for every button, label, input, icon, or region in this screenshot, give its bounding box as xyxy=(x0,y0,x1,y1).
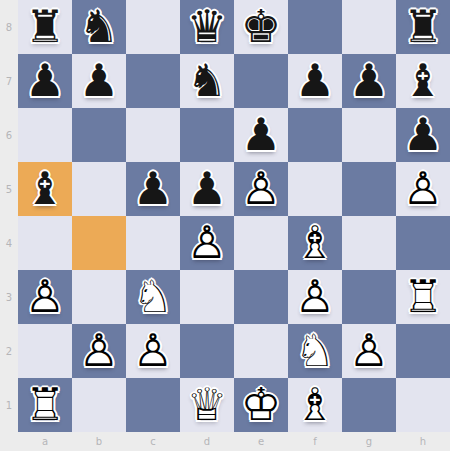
square-b4[interactable] xyxy=(72,216,126,270)
square-g7[interactable]: ♟ xyxy=(342,54,396,108)
square-h7[interactable]: ♝ xyxy=(396,54,450,108)
square-c1[interactable] xyxy=(126,378,180,432)
file-label-a: a xyxy=(18,432,72,451)
square-c7[interactable] xyxy=(126,54,180,108)
square-b1[interactable] xyxy=(72,378,126,432)
piece-white-pawn[interactable]: ♟♙ xyxy=(180,216,234,270)
king-outline-glyph: ♔ xyxy=(234,378,288,432)
square-f4[interactable]: ♝♗ xyxy=(288,216,342,270)
piece-white-queen[interactable]: ♛♕ xyxy=(180,378,234,432)
square-d2[interactable] xyxy=(180,324,234,378)
square-f6[interactable] xyxy=(288,108,342,162)
piece-black-rook[interactable]: ♜ xyxy=(396,0,450,54)
rank-labels: 87654321 xyxy=(0,0,18,432)
square-f5[interactable] xyxy=(288,162,342,216)
rank-label-4: 4 xyxy=(0,216,18,270)
square-f8[interactable] xyxy=(288,0,342,54)
square-c2[interactable]: ♟♙ xyxy=(126,324,180,378)
pawn-outline-glyph: ♙ xyxy=(18,270,72,324)
square-a6[interactable] xyxy=(18,108,72,162)
piece-white-rook[interactable]: ♜♖ xyxy=(18,378,72,432)
square-g1[interactable] xyxy=(342,378,396,432)
square-e6[interactable]: ♟ xyxy=(234,108,288,162)
piece-white-pawn[interactable]: ♟♙ xyxy=(396,162,450,216)
square-a5[interactable]: ♝ xyxy=(18,162,72,216)
piece-white-pawn[interactable]: ♟♙ xyxy=(72,324,126,378)
square-e1[interactable]: ♚♔ xyxy=(234,378,288,432)
rank-label-1: 1 xyxy=(0,378,18,432)
bishop-outline-glyph: ♗ xyxy=(288,378,342,432)
square-d6[interactable] xyxy=(180,108,234,162)
file-label-e: e xyxy=(234,432,288,451)
square-f3[interactable]: ♟♙ xyxy=(288,270,342,324)
piece-white-king[interactable]: ♚♔ xyxy=(234,378,288,432)
piece-white-rook[interactable]: ♜♖ xyxy=(396,270,450,324)
square-a3[interactable]: ♟♙ xyxy=(18,270,72,324)
file-label-b: b xyxy=(72,432,126,451)
bishop-outline-glyph: ♗ xyxy=(288,216,342,270)
file-labels: abcdefgh xyxy=(18,432,450,451)
rank-label-2: 2 xyxy=(0,324,18,378)
square-d7[interactable]: ♞ xyxy=(180,54,234,108)
piece-black-pawn[interactable]: ♟ xyxy=(126,162,180,216)
square-d1[interactable]: ♛♕ xyxy=(180,378,234,432)
pawn-outline-glyph: ♙ xyxy=(342,324,396,378)
square-e8[interactable]: ♚ xyxy=(234,0,288,54)
square-a8[interactable]: ♜ xyxy=(18,0,72,54)
knight-outline-glyph: ♘ xyxy=(288,324,342,378)
file-label-g: g xyxy=(342,432,396,451)
piece-black-knight[interactable]: ♞ xyxy=(72,0,126,54)
square-b7[interactable]: ♟ xyxy=(72,54,126,108)
square-a2[interactable] xyxy=(18,324,72,378)
file-label-d: d xyxy=(180,432,234,451)
square-g8[interactable] xyxy=(342,0,396,54)
piece-black-bishop[interactable]: ♝ xyxy=(18,162,72,216)
pawn-outline-glyph: ♙ xyxy=(72,324,126,378)
square-b8[interactable]: ♞ xyxy=(72,0,126,54)
square-d4[interactable]: ♟♙ xyxy=(180,216,234,270)
piece-black-pawn[interactable]: ♟ xyxy=(234,108,288,162)
square-c8[interactable] xyxy=(126,0,180,54)
square-b6[interactable] xyxy=(72,108,126,162)
piece-white-pawn[interactable]: ♟♙ xyxy=(342,324,396,378)
square-a7[interactable]: ♟ xyxy=(18,54,72,108)
square-h1[interactable] xyxy=(396,378,450,432)
piece-white-bishop[interactable]: ♝♗ xyxy=(288,378,342,432)
square-c5[interactable]: ♟ xyxy=(126,162,180,216)
square-b3[interactable] xyxy=(72,270,126,324)
piece-black-rook[interactable]: ♜ xyxy=(18,0,72,54)
knight-outline-glyph: ♘ xyxy=(126,270,180,324)
square-d3[interactable] xyxy=(180,270,234,324)
square-g2[interactable]: ♟♙ xyxy=(342,324,396,378)
piece-black-king[interactable]: ♚ xyxy=(234,0,288,54)
piece-black-queen[interactable]: ♛ xyxy=(180,0,234,54)
square-e5[interactable]: ♟♙ xyxy=(234,162,288,216)
queen-outline-glyph: ♕ xyxy=(180,378,234,432)
piece-black-bishop[interactable]: ♝ xyxy=(396,54,450,108)
piece-white-pawn[interactable]: ♟♙ xyxy=(288,270,342,324)
pawn-outline-glyph: ♙ xyxy=(180,216,234,270)
piece-black-pawn[interactable]: ♟ xyxy=(180,162,234,216)
square-e2[interactable] xyxy=(234,324,288,378)
piece-white-pawn[interactable]: ♟♙ xyxy=(234,162,288,216)
piece-black-pawn[interactable]: ♟ xyxy=(288,54,342,108)
file-label-f: f xyxy=(288,432,342,451)
square-h4[interactable] xyxy=(396,216,450,270)
square-f7[interactable]: ♟ xyxy=(288,54,342,108)
square-d8[interactable]: ♛ xyxy=(180,0,234,54)
square-h6[interactable]: ♟ xyxy=(396,108,450,162)
rook-outline-glyph: ♖ xyxy=(396,270,450,324)
square-h3[interactable]: ♜♖ xyxy=(396,270,450,324)
square-b2[interactable]: ♟♙ xyxy=(72,324,126,378)
rank-label-7: 7 xyxy=(0,54,18,108)
pawn-outline-glyph: ♙ xyxy=(396,162,450,216)
square-a1[interactable]: ♜♖ xyxy=(18,378,72,432)
piece-black-pawn[interactable]: ♟ xyxy=(72,54,126,108)
square-f1[interactable]: ♝♗ xyxy=(288,378,342,432)
square-g4[interactable] xyxy=(342,216,396,270)
piece-black-pawn[interactable]: ♟ xyxy=(396,108,450,162)
piece-white-pawn[interactable]: ♟♙ xyxy=(126,324,180,378)
square-g3[interactable] xyxy=(342,270,396,324)
rank-label-6: 6 xyxy=(0,108,18,162)
piece-black-knight[interactable]: ♞ xyxy=(180,54,234,108)
square-c3[interactable]: ♞♘ xyxy=(126,270,180,324)
square-h2[interactable] xyxy=(396,324,450,378)
rook-outline-glyph: ♖ xyxy=(18,378,72,432)
square-g6[interactable] xyxy=(342,108,396,162)
square-c4[interactable] xyxy=(126,216,180,270)
chess-app: 87654321 ♜♞♛♚♜♟♟♞♟♟♝♟♟♝♟♟♟♙♟♙♟♙♝♗♟♙♞♘♟♙♜… xyxy=(0,0,450,451)
square-b5[interactable] xyxy=(72,162,126,216)
square-e7[interactable] xyxy=(234,54,288,108)
square-g5[interactable] xyxy=(342,162,396,216)
piece-black-pawn[interactable]: ♟ xyxy=(342,54,396,108)
square-h5[interactable]: ♟♙ xyxy=(396,162,450,216)
square-c6[interactable] xyxy=(126,108,180,162)
square-e3[interactable] xyxy=(234,270,288,324)
piece-white-pawn[interactable]: ♟♙ xyxy=(18,270,72,324)
pawn-outline-glyph: ♙ xyxy=(126,324,180,378)
rank-label-3: 3 xyxy=(0,270,18,324)
pawn-outline-glyph: ♙ xyxy=(234,162,288,216)
rank-label-5: 5 xyxy=(0,162,18,216)
square-a4[interactable] xyxy=(18,216,72,270)
square-h8[interactable]: ♜ xyxy=(396,0,450,54)
piece-white-knight[interactable]: ♞♘ xyxy=(288,324,342,378)
square-e4[interactable] xyxy=(234,216,288,270)
piece-white-knight[interactable]: ♞♘ xyxy=(126,270,180,324)
file-label-h: h xyxy=(396,432,450,451)
square-f2[interactable]: ♞♘ xyxy=(288,324,342,378)
pawn-outline-glyph: ♙ xyxy=(288,270,342,324)
file-label-c: c xyxy=(126,432,180,451)
square-d5[interactable]: ♟ xyxy=(180,162,234,216)
rank-label-8: 8 xyxy=(0,0,18,54)
chess-board[interactable]: ♜♞♛♚♜♟♟♞♟♟♝♟♟♝♟♟♟♙♟♙♟♙♝♗♟♙♞♘♟♙♜♖♟♙♟♙♞♘♟♙… xyxy=(18,0,450,432)
piece-black-pawn[interactable]: ♟ xyxy=(18,54,72,108)
piece-white-bishop[interactable]: ♝♗ xyxy=(288,216,342,270)
